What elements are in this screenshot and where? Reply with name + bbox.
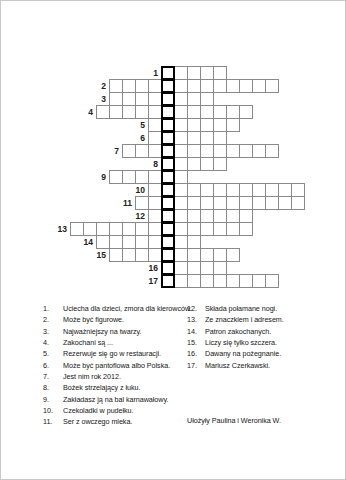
clue-number: 4. xyxy=(43,337,63,348)
clue-number: 16. xyxy=(187,348,205,359)
clue-item: 1.Uciecha dla dzieci, zmora dla kierowcó… xyxy=(43,303,192,314)
row-number-label: 16 xyxy=(144,264,158,273)
solution-column-cell[interactable] xyxy=(161,66,175,80)
grid-cell[interactable] xyxy=(187,196,201,210)
clue-item: 10.Czekoladki w pudełku. xyxy=(43,405,192,416)
grid-cell[interactable] xyxy=(122,248,136,262)
clue-text: Czekoladki w pudełku. xyxy=(63,405,133,416)
clue-number: 14. xyxy=(187,326,205,337)
grid-cell[interactable] xyxy=(148,131,162,145)
grid-cell[interactable] xyxy=(291,183,305,197)
grid-cell[interactable] xyxy=(187,66,201,80)
grid-cell[interactable] xyxy=(200,144,214,158)
clue-item: 9.Zakładasz ją na bal karnawałowy. xyxy=(43,394,192,405)
grid-cell[interactable] xyxy=(252,274,266,288)
clue-text: Ser z owczego mleka. xyxy=(63,416,132,427)
grid-cell[interactable] xyxy=(122,170,136,184)
grid-cell[interactable] xyxy=(148,222,162,236)
grid-cell[interactable] xyxy=(174,131,188,145)
grid-cell[interactable] xyxy=(239,144,253,158)
grid-cell[interactable] xyxy=(200,79,214,93)
grid-cell[interactable] xyxy=(239,209,253,223)
solution-column-cell[interactable] xyxy=(161,196,175,210)
grid-cell[interactable] xyxy=(200,157,214,171)
row-number-label: 10 xyxy=(131,186,145,195)
clue-text: Uciecha dla dzieci, zmora dla kierowców. xyxy=(63,303,192,314)
grid-cell[interactable] xyxy=(226,222,240,236)
grid-cell[interactable] xyxy=(200,183,214,197)
grid-cell[interactable] xyxy=(109,170,123,184)
grid-cell[interactable] xyxy=(174,209,188,223)
grid-cell[interactable] xyxy=(187,183,201,197)
grid-cell[interactable] xyxy=(122,92,136,106)
grid-cell[interactable] xyxy=(226,105,240,119)
grid-cell[interactable] xyxy=(148,79,162,93)
row-number-label: 11 xyxy=(118,199,132,208)
clue-text: Zakładasz ją na bal karnawałowy. xyxy=(63,394,168,405)
grid-cell[interactable] xyxy=(239,196,253,210)
clue-number: 17. xyxy=(187,360,205,371)
grid-cell[interactable] xyxy=(187,118,201,132)
clue-number: 12. xyxy=(187,303,205,314)
grid-cell[interactable] xyxy=(213,131,227,145)
clue-text: Mariusz Czerkawski. xyxy=(205,360,270,371)
grid-cell[interactable] xyxy=(135,79,149,93)
clue-text: Patron zakochanych. xyxy=(205,326,271,337)
clue-item: 13.Ze znaczkiem i adresem. xyxy=(187,314,284,325)
grid-cell[interactable] xyxy=(213,79,227,93)
clue-number: 8. xyxy=(43,382,63,393)
grid-cell[interactable] xyxy=(200,66,214,80)
clue-number: 13. xyxy=(187,314,205,325)
grid-cell[interactable] xyxy=(200,209,214,223)
grid-cell[interactable] xyxy=(109,235,123,249)
grid-cell[interactable] xyxy=(213,183,227,197)
grid-cell[interactable] xyxy=(187,131,201,145)
grid-cell[interactable] xyxy=(226,79,240,93)
grid-cell[interactable] xyxy=(252,183,266,197)
clue-item: 5.Rezerwuje się go w restauracji. xyxy=(43,348,192,359)
grid-cell[interactable] xyxy=(187,79,201,93)
clue-number: 3. xyxy=(43,326,63,337)
clue-text: Liczy się tylko szczera. xyxy=(205,337,277,348)
grid-cell[interactable] xyxy=(213,196,227,210)
grid-cell[interactable] xyxy=(200,248,214,262)
clue-text: Składa połamane nogi. xyxy=(205,303,277,314)
grid-cell[interactable] xyxy=(148,118,162,132)
row-number-label: 8 xyxy=(144,160,158,169)
row-number-label: 13 xyxy=(53,225,67,234)
clue-item: 11.Ser z owczego mleka. xyxy=(43,416,192,427)
row-number-label: 1 xyxy=(144,69,158,78)
grid-cell[interactable] xyxy=(135,248,149,262)
solution-column-cell[interactable] xyxy=(161,183,175,197)
clue-item: 15.Liczy się tylko szczera. xyxy=(187,337,284,348)
clue-item: 2.Może być figurowe. xyxy=(43,314,192,325)
grid-cell[interactable] xyxy=(148,105,162,119)
grid-cell[interactable] xyxy=(148,170,162,184)
grid-cell[interactable] xyxy=(213,118,227,132)
clue-number: 9. xyxy=(43,394,63,405)
grid-cell[interactable] xyxy=(109,105,123,119)
clue-number: 2. xyxy=(43,314,63,325)
clue-number: 11. xyxy=(43,416,63,427)
grid-cell[interactable] xyxy=(148,196,162,210)
grid-cell[interactable] xyxy=(70,222,84,236)
grid-cell[interactable] xyxy=(200,196,214,210)
solution-column-cell[interactable] xyxy=(161,222,175,236)
solution-column-cell[interactable] xyxy=(161,209,175,223)
clue-number: 6. xyxy=(43,360,63,371)
grid-cell[interactable] xyxy=(252,79,266,93)
clue-item: 14.Patron zakochanych. xyxy=(187,326,284,337)
footer-credit: Ułożyły Paulina i Weronika W. xyxy=(187,416,281,425)
row-number-label: 7 xyxy=(105,147,119,156)
grid-cell[interactable] xyxy=(278,183,292,197)
clue-item: 17.Mariusz Czerkawski. xyxy=(187,360,284,371)
grid-cell[interactable] xyxy=(213,66,227,80)
solution-column-cell[interactable] xyxy=(161,261,175,275)
grid-cell[interactable] xyxy=(174,248,188,262)
grid-cell[interactable] xyxy=(135,222,149,236)
grid-row xyxy=(148,131,227,145)
grid-row xyxy=(148,209,253,223)
grid-cell[interactable] xyxy=(122,105,136,119)
clue-item: 16.Dawany na pożegnanie. xyxy=(187,348,284,359)
clue-number: 5. xyxy=(43,348,63,359)
grid-cell[interactable] xyxy=(226,118,240,132)
grid-cell[interactable] xyxy=(96,105,110,119)
grid-cell[interactable] xyxy=(187,235,201,249)
solution-column-cell[interactable] xyxy=(161,79,175,93)
clue-text: Ze znaczkiem i adresem. xyxy=(205,314,284,325)
grid-cell[interactable] xyxy=(213,144,227,158)
grid-cell[interactable] xyxy=(148,92,162,106)
grid-cell[interactable] xyxy=(187,105,201,119)
clue-text: Może być pantoflowa albo Polska. xyxy=(63,360,170,371)
crossword-board: 1234567891011121314151617 xyxy=(1,1,346,301)
clue-text: Może być figurowe. xyxy=(63,314,124,325)
grid-row xyxy=(161,66,227,80)
solution-column-cell[interactable] xyxy=(161,92,175,106)
grid-cell[interactable] xyxy=(200,92,214,106)
grid-cell[interactable] xyxy=(187,209,201,223)
grid-cell[interactable] xyxy=(239,183,253,197)
grid-cell[interactable] xyxy=(174,183,188,197)
grid-row xyxy=(96,105,253,119)
clue-text: Zakochani są ... xyxy=(63,337,113,348)
grid-row xyxy=(96,235,201,249)
solution-column-cell[interactable] xyxy=(161,105,175,119)
grid-cell[interactable] xyxy=(200,105,214,119)
grid-row xyxy=(109,248,240,262)
clue-item: 12.Składa połamane nogi. xyxy=(187,303,284,314)
clue-text: Rezerwuje się go w restauracji. xyxy=(63,348,161,359)
grid-cell[interactable] xyxy=(200,118,214,132)
grid-cell[interactable] xyxy=(200,274,214,288)
grid-cell[interactable] xyxy=(135,144,149,158)
grid-row xyxy=(161,274,279,288)
grid-cell[interactable] xyxy=(174,170,188,184)
grid-cell[interactable] xyxy=(213,261,227,275)
grid-cell[interactable] xyxy=(122,144,136,158)
grid-cell[interactable] xyxy=(265,274,279,288)
grid-cell[interactable] xyxy=(83,222,97,236)
clue-text: Bożek strzelający z łuku. xyxy=(63,382,140,393)
solution-column-cell[interactable] xyxy=(161,157,175,171)
grid-cell[interactable] xyxy=(174,274,188,288)
grid-row xyxy=(135,196,305,210)
grid-cell[interactable] xyxy=(174,196,188,210)
solution-column-cell[interactable] xyxy=(161,248,175,262)
clues-left-column: 1.Uciecha dla dzieci, zmora dla kierowcó… xyxy=(43,303,192,428)
grid-cell[interactable] xyxy=(174,92,188,106)
row-number-label: 6 xyxy=(131,134,145,143)
clue-text: Jest nim rok 2012. xyxy=(63,371,121,382)
grid-cell[interactable] xyxy=(239,222,253,236)
grid-cell[interactable] xyxy=(239,274,253,288)
clue-number: 15. xyxy=(187,337,205,348)
grid-cell[interactable] xyxy=(174,79,188,93)
row-number-label: 5 xyxy=(131,121,145,130)
grid-cell[interactable] xyxy=(135,105,149,119)
grid-cell[interactable] xyxy=(226,274,240,288)
grid-cell[interactable] xyxy=(135,92,149,106)
grid-row xyxy=(161,261,227,275)
row-number-label: 2 xyxy=(92,82,106,91)
grid-cell[interactable] xyxy=(213,157,227,171)
clue-item: 4.Zakochani są ... xyxy=(43,337,192,348)
solution-column-cell[interactable] xyxy=(161,274,175,288)
grid-row xyxy=(109,79,279,93)
grid-cell[interactable] xyxy=(122,79,136,93)
grid-cell[interactable] xyxy=(174,222,188,236)
grid-cell[interactable] xyxy=(187,261,201,275)
grid-cell[interactable] xyxy=(213,274,227,288)
grid-cell[interactable] xyxy=(109,222,123,236)
grid-cell[interactable] xyxy=(109,79,123,93)
grid-cell[interactable] xyxy=(265,79,279,93)
grid-cell[interactable] xyxy=(226,209,240,223)
grid-cell[interactable] xyxy=(96,235,110,249)
grid-cell[interactable] xyxy=(252,144,266,158)
grid-cell[interactable] xyxy=(200,261,214,275)
row-number-label: 15 xyxy=(92,251,106,260)
grid-cell[interactable] xyxy=(265,183,279,197)
grid-row xyxy=(109,92,214,106)
clue-number: 7. xyxy=(43,371,63,382)
grid-cell[interactable] xyxy=(291,196,305,210)
clue-text: Najważniejszy na twarzy. xyxy=(63,326,142,337)
grid-cell[interactable] xyxy=(174,118,188,132)
grid-cell[interactable] xyxy=(200,222,214,236)
grid-cell[interactable] xyxy=(200,131,214,145)
grid-cell[interactable] xyxy=(213,209,227,223)
grid-row xyxy=(161,157,227,171)
grid-cell[interactable] xyxy=(187,157,201,171)
grid-cell[interactable] xyxy=(122,235,136,249)
row-number-label: 17 xyxy=(144,277,158,286)
grid-cell[interactable] xyxy=(187,222,201,236)
grid-cell[interactable] xyxy=(226,144,240,158)
grid-cell[interactable] xyxy=(135,170,149,184)
grid-cell[interactable] xyxy=(109,92,123,106)
solution-column-cell[interactable] xyxy=(161,170,175,184)
clue-item: 6.Może być pantoflowa albo Polska. xyxy=(43,360,192,371)
grid-cell[interactable] xyxy=(187,248,201,262)
grid-cell[interactable] xyxy=(148,209,162,223)
grid-row xyxy=(109,170,188,184)
row-number-label: 9 xyxy=(92,173,106,182)
grid-row xyxy=(122,144,279,158)
solution-column-cell[interactable] xyxy=(161,131,175,145)
clue-number: 1. xyxy=(43,303,63,314)
grid-cell[interactable] xyxy=(213,222,227,236)
grid-cell[interactable] xyxy=(226,196,240,210)
grid-cell[interactable] xyxy=(148,183,162,197)
solution-column-cell[interactable] xyxy=(161,144,175,158)
grid-cell[interactable] xyxy=(187,144,201,158)
grid-row xyxy=(148,183,305,197)
row-number-label: 12 xyxy=(131,212,145,221)
grid-cell[interactable] xyxy=(148,144,162,158)
clue-item: 3.Najważniejszy na twarzy. xyxy=(43,326,192,337)
row-number-label: 4 xyxy=(79,108,93,117)
grid-cell[interactable] xyxy=(174,157,188,171)
grid-cell[interactable] xyxy=(226,183,240,197)
grid-cell[interactable] xyxy=(278,196,292,210)
solution-column-cell[interactable] xyxy=(161,118,175,132)
row-number-label: 3 xyxy=(92,95,106,104)
grid-cell[interactable] xyxy=(174,66,188,80)
grid-cell[interactable] xyxy=(135,196,149,210)
clue-text: Dawany na pożegnanie. xyxy=(205,348,281,359)
grid-cell[interactable] xyxy=(252,196,266,210)
grid-cell[interactable] xyxy=(135,235,149,249)
grid-row xyxy=(148,118,240,132)
grid-row xyxy=(70,222,253,236)
solution-column-cell[interactable] xyxy=(161,235,175,249)
grid-cell[interactable] xyxy=(122,222,136,236)
grid-cell[interactable] xyxy=(265,144,279,158)
grid-cell[interactable] xyxy=(239,105,253,119)
crossword-page: 1234567891011121314151617 1.Uciecha dla … xyxy=(0,0,346,480)
clue-number: 10. xyxy=(43,405,63,416)
grid-cell[interactable] xyxy=(239,79,253,93)
grid-cell[interactable] xyxy=(187,274,201,288)
grid-cell[interactable] xyxy=(148,235,162,249)
grid-cell[interactable] xyxy=(226,248,240,262)
clue-item: 8.Bożek strzelający z łuku. xyxy=(43,382,192,393)
grid-cell[interactable] xyxy=(265,196,279,210)
clue-item: 7.Jest nim rok 2012. xyxy=(43,371,192,382)
grid-cell[interactable] xyxy=(213,248,227,262)
grid-cell[interactable] xyxy=(109,248,123,262)
grid-cell[interactable] xyxy=(174,261,188,275)
grid-cell[interactable] xyxy=(174,144,188,158)
grid-cell[interactable] xyxy=(96,222,110,236)
grid-cell[interactable] xyxy=(174,235,188,249)
grid-cell[interactable] xyxy=(213,105,227,119)
grid-cell[interactable] xyxy=(148,248,162,262)
clues-right-column: 12.Składa połamane nogi.13.Ze znaczkiem … xyxy=(187,303,284,371)
grid-cell[interactable] xyxy=(174,105,188,119)
row-number-label: 14 xyxy=(79,238,93,247)
grid-cell[interactable] xyxy=(187,92,201,106)
